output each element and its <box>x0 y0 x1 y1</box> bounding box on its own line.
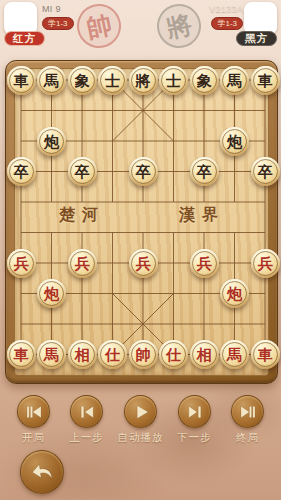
black-general-seal-icon: 將 <box>153 0 205 52</box>
piece-black-r0c2[interactable]: 象 <box>68 66 97 95</box>
black-player-name: V2133A <box>209 4 243 14</box>
piece-black-r3c0[interactable]: 卒 <box>7 157 36 186</box>
river-label-chu: 楚河 <box>59 205 105 226</box>
piece-red-r9c0[interactable]: 車 <box>7 340 36 369</box>
piece-red-r9c4[interactable]: 帥 <box>129 340 158 369</box>
piece-black-r3c4[interactable]: 卒 <box>129 157 158 186</box>
piece-black-r2c7[interactable]: 炮 <box>220 127 249 156</box>
top-bar: MI 9 学1-3 红方 帥 將 V2133A 学1-3 黑方 <box>0 0 281 50</box>
piece-red-r6c6[interactable]: 兵 <box>190 249 219 278</box>
control-autoplay: 自动播放 <box>118 395 164 445</box>
play-icon <box>131 402 151 422</box>
start-button[interactable] <box>17 395 50 428</box>
piece-red-r7c7[interactable]: 炮 <box>220 279 249 308</box>
piece-red-r9c3[interactable]: 仕 <box>98 340 127 369</box>
autoplay-button[interactable] <box>124 395 157 428</box>
playback-controls: 开局上一步自动播放下一步终局 <box>0 395 281 445</box>
grid-verticals <box>21 80 265 355</box>
red-player-grade-badge: 学1-3 <box>42 17 74 30</box>
next-button[interactable] <box>178 395 211 428</box>
piece-black-r3c2[interactable]: 卒 <box>68 157 97 186</box>
skip-to-start-icon <box>24 402 44 422</box>
skip-to-end-icon <box>238 402 258 422</box>
red-side-label: 红方 <box>4 31 45 46</box>
step-back-icon <box>77 402 97 422</box>
control-end: 终局 <box>226 395 270 445</box>
piece-red-r6c4[interactable]: 兵 <box>129 249 158 278</box>
piece-red-r9c5[interactable]: 仕 <box>159 340 188 369</box>
black-player-grade-badge: 学1-3 <box>211 17 243 30</box>
piece-black-r2c1[interactable]: 炮 <box>37 127 66 156</box>
control-next: 下一步 <box>173 395 217 445</box>
xiangqi-board[interactable]: 楚河 漢界 車馬象士將士象馬車炮炮卒卒卒卒卒兵兵兵兵兵炮炮車馬相仕帥仕相馬車 <box>14 68 269 376</box>
piece-red-r6c8[interactable]: 兵 <box>251 249 280 278</box>
piece-red-r9c1[interactable]: 馬 <box>37 340 66 369</box>
piece-red-r6c2[interactable]: 兵 <box>68 249 97 278</box>
piece-black-r3c6[interactable]: 卒 <box>190 157 219 186</box>
piece-black-r3c8[interactable]: 卒 <box>251 157 280 186</box>
prev-button[interactable] <box>70 395 103 428</box>
back-arrow-icon <box>27 457 56 486</box>
autoplay-label: 自动播放 <box>118 431 164 445</box>
piece-black-r0c7[interactable]: 馬 <box>220 66 249 95</box>
piece-red-r9c8[interactable]: 車 <box>251 340 280 369</box>
red-player-name: MI 9 <box>42 4 61 14</box>
piece-black-r0c5[interactable]: 士 <box>159 66 188 95</box>
control-prev: 上一步 <box>65 395 109 445</box>
piece-red-r9c6[interactable]: 相 <box>190 340 219 369</box>
end-label: 终局 <box>236 431 259 445</box>
red-general-seal-icon: 帥 <box>73 0 125 52</box>
prev-label: 上一步 <box>69 431 104 445</box>
next-label: 下一步 <box>177 431 212 445</box>
piece-black-r0c3[interactable]: 士 <box>98 66 127 95</box>
start-label: 开局 <box>22 431 45 445</box>
piece-red-r9c7[interactable]: 馬 <box>220 340 249 369</box>
board-frame: 楚河 漢界 車馬象士將士象馬車炮炮卒卒卒卒卒兵兵兵兵兵炮炮車馬相仕帥仕相馬車 <box>5 60 278 384</box>
piece-red-r7c1[interactable]: 炮 <box>37 279 66 308</box>
piece-black-r0c0[interactable]: 車 <box>7 66 36 95</box>
end-button[interactable] <box>231 395 264 428</box>
piece-red-r6c0[interactable]: 兵 <box>7 249 36 278</box>
piece-black-r0c8[interactable]: 車 <box>251 66 280 95</box>
piece-black-r0c4[interactable]: 將 <box>129 66 158 95</box>
piece-black-r0c1[interactable]: 馬 <box>37 66 66 95</box>
back-button[interactable] <box>20 450 64 494</box>
river-label-han: 漢界 <box>179 205 225 226</box>
piece-red-r9c2[interactable]: 相 <box>68 340 97 369</box>
piece-black-r0c6[interactable]: 象 <box>190 66 219 95</box>
board-grid <box>15 69 268 375</box>
step-forward-icon <box>185 402 205 422</box>
xiangqi-replay-screen: MI 9 学1-3 红方 帥 將 V2133A 学1-3 黑方 <box>0 0 281 500</box>
black-side-label: 黑方 <box>236 31 277 46</box>
control-start: 开局 <box>12 395 56 445</box>
